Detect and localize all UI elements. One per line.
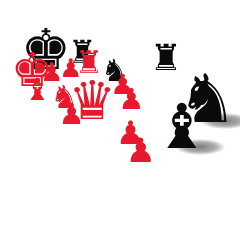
square-a3[interactable] [42, 130, 72, 153]
piece-red-pawn-e4[interactable]: ♟ [119, 84, 145, 113]
piece-red-queen-c4[interactable]: ♛ [68, 73, 116, 127]
piece-red-bishop-a6[interactable]: ♝ [24, 73, 52, 104]
square-g7[interactable] [127, 53, 151, 67]
square-b1[interactable] [79, 157, 111, 183]
square-a1[interactable] [56, 164, 88, 191]
square-b2[interactable] [71, 140, 102, 164]
piece-red-pawn-d1[interactable]: ♟ [126, 133, 156, 167]
chess-illustration: ♚♜♚♟♟♜♝♞♜♞♟♟♛♟♟♞♟♝ [0, 0, 240, 240]
piece-black-bishop-f1[interactable]: ♝ [154, 97, 210, 159]
square-a2[interactable] [48, 146, 79, 171]
